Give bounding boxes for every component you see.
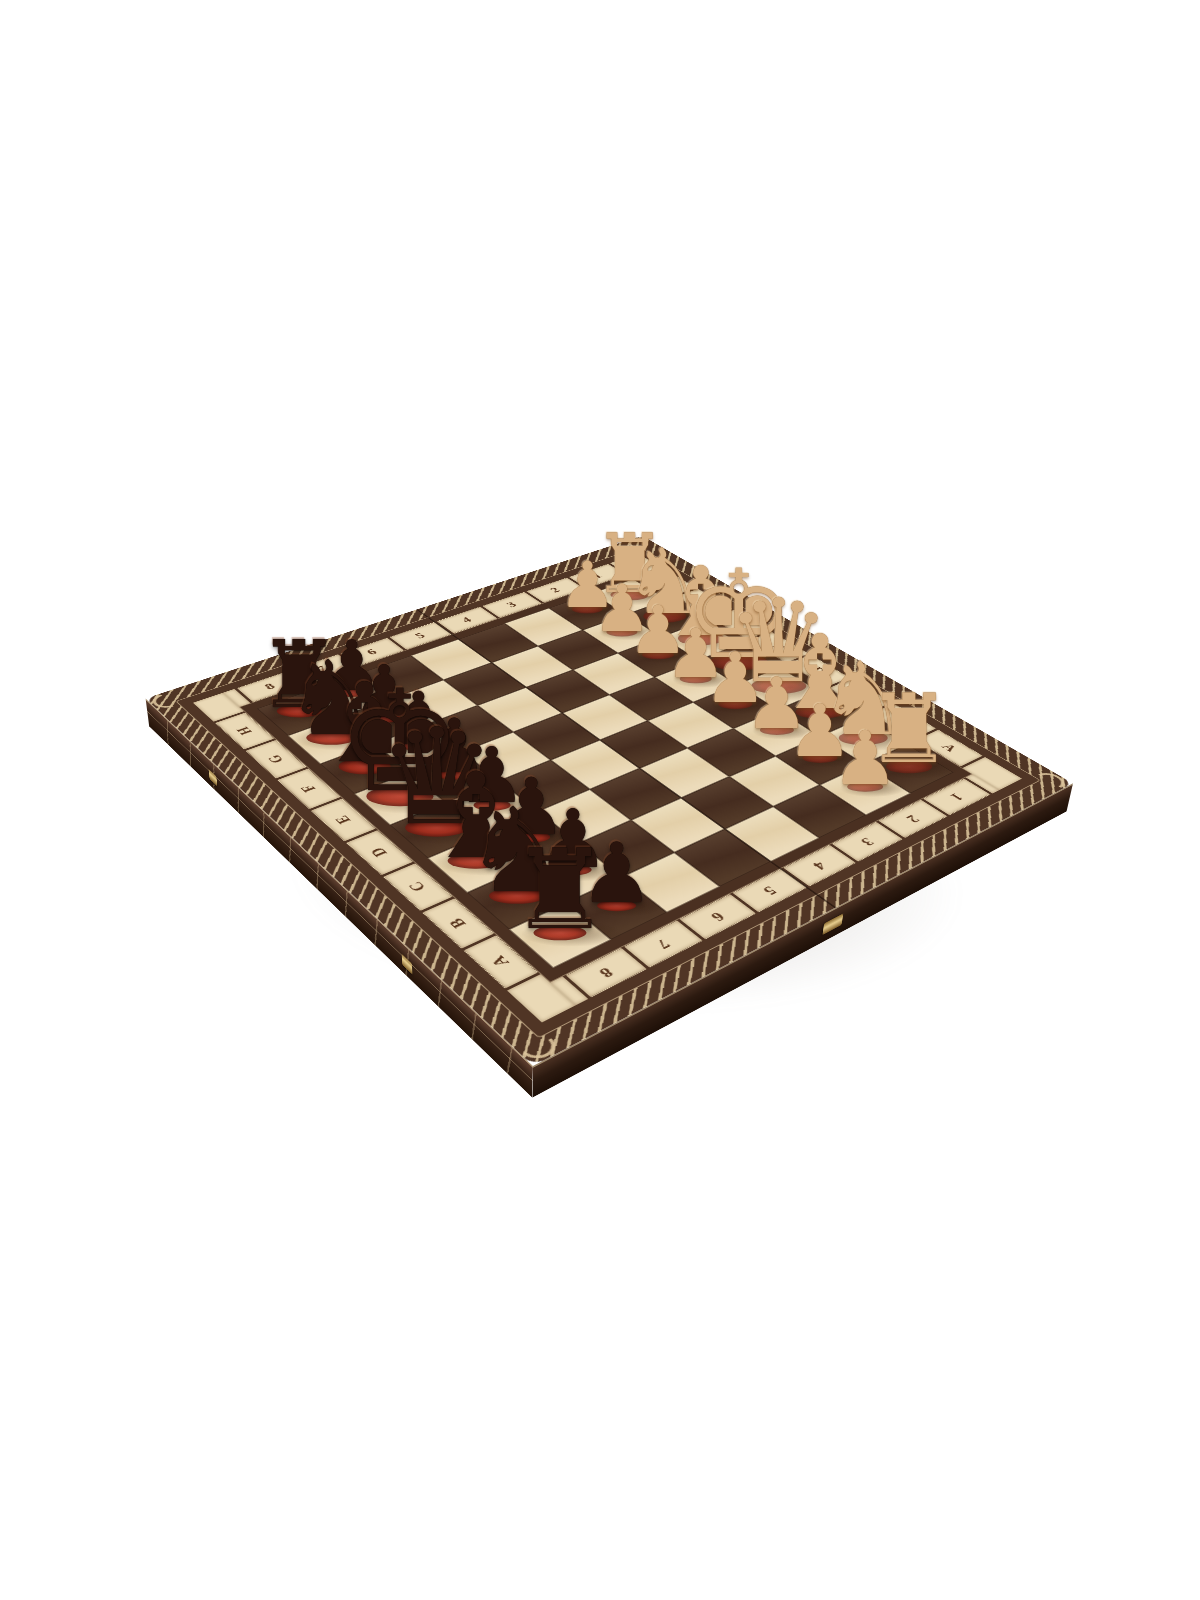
- coordinate-label: 4: [783, 845, 856, 887]
- corner-scroll-icon: [1034, 772, 1066, 791]
- coordinate-label: 6: [679, 894, 756, 939]
- label-corner: [966, 774, 1000, 793]
- piece-black-rook-a8[interactable]: ♜: [510, 835, 609, 946]
- label-corner: [550, 976, 588, 1005]
- coordinate-label: 2: [878, 800, 947, 838]
- square-b4[interactable]: [681, 777, 773, 829]
- brass-hinge-icon: [822, 913, 843, 935]
- product-photo-canvas: { "game": "chess", "position": "rnbqkbnr…: [0, 0, 1200, 1600]
- coordinate-label: 3: [832, 822, 903, 862]
- square-a4[interactable]: [725, 806, 820, 861]
- square-c4[interactable]: [640, 748, 730, 798]
- label-corner: [962, 757, 1021, 790]
- brass-clasp-icon: [402, 954, 413, 975]
- coordinate-label: 5: [732, 869, 807, 913]
- coordinate-label: 7: [624, 920, 703, 968]
- piece-white-pawn-a2[interactable]: ♟: [832, 722, 899, 796]
- square-a5[interactable]: [674, 829, 770, 887]
- coordinate-label: 8: [566, 948, 647, 998]
- label-corner: [507, 974, 576, 1022]
- brass-clasp-icon: [208, 769, 217, 787]
